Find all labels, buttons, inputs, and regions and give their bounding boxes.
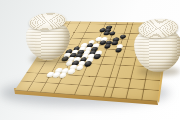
- star-point: [88, 76, 90, 77]
- black-stone: [83, 61, 92, 67]
- left-stone-bowl: [26, 13, 70, 61]
- black-stone: [104, 44, 112, 49]
- white-stone: [67, 68, 76, 74]
- go-photo-scene: [0, 0, 180, 120]
- black-stone: [93, 54, 101, 59]
- black-stone: [109, 31, 116, 35]
- white-stone: [75, 65, 84, 71]
- star-point: [73, 32, 74, 33]
- white-stone: [58, 72, 68, 78]
- black-stone: [119, 34, 126, 38]
- star-point: [130, 79, 132, 80]
- black-stone: [115, 48, 123, 53]
- right-stone-bowl: [134, 19, 180, 73]
